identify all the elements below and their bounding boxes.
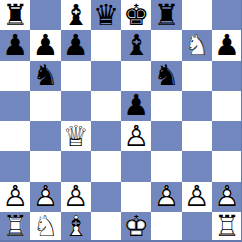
square-h7[interactable]: ♟ [212, 30, 242, 60]
white-piece-outline: ♘ [30, 212, 60, 242]
square-b7[interactable]: ♟ [30, 30, 60, 60]
white-piece-outline: ♗ [61, 212, 91, 242]
square-e1[interactable]: ♚♔ [121, 212, 151, 242]
square-c6[interactable] [61, 61, 91, 91]
square-d8[interactable]: ♛ [91, 0, 121, 30]
white-piece-outline: ♙ [0, 182, 30, 212]
piece-white-pawn[interactable]: ♟♙ [151, 182, 181, 212]
square-d5[interactable] [91, 91, 121, 121]
white-piece-outline: ♖ [0, 212, 30, 242]
square-f1[interactable] [151, 212, 181, 242]
square-h6[interactable] [212, 61, 242, 91]
square-a7[interactable]: ♟ [0, 30, 30, 60]
square-d3[interactable] [91, 151, 121, 181]
square-g7[interactable]: ♞♘ [182, 30, 212, 60]
square-f4[interactable] [151, 121, 181, 151]
white-piece-outline: ♙ [212, 182, 242, 212]
square-f5[interactable] [151, 91, 181, 121]
square-f7[interactable] [151, 30, 181, 60]
square-h8[interactable] [212, 0, 242, 30]
square-h4[interactable] [212, 121, 242, 151]
square-a5[interactable] [0, 91, 30, 121]
white-piece-outline: ♖ [212, 212, 242, 242]
square-e5[interactable]: ♟ [121, 91, 151, 121]
square-c2[interactable]: ♟♙ [61, 182, 91, 212]
square-b8[interactable] [30, 0, 60, 30]
square-g5[interactable] [182, 91, 212, 121]
square-a3[interactable] [0, 151, 30, 181]
piece-black-knight[interactable]: ♞ [30, 61, 60, 91]
white-piece-outline: ♙ [61, 182, 91, 212]
square-a1[interactable]: ♜♖ [0, 212, 30, 242]
square-g2[interactable]: ♟♙ [182, 182, 212, 212]
square-g8[interactable] [182, 0, 212, 30]
white-piece-outline: ♔ [121, 212, 151, 242]
square-d4[interactable] [91, 121, 121, 151]
square-e2[interactable] [121, 182, 151, 212]
square-b6[interactable]: ♞ [30, 61, 60, 91]
square-c8[interactable]: ♝ [61, 0, 91, 30]
piece-white-pawn[interactable]: ♟♙ [30, 182, 60, 212]
square-g3[interactable] [182, 151, 212, 181]
piece-white-bishop[interactable]: ♝♗ [61, 212, 91, 242]
white-piece-outline: ♙ [121, 121, 151, 151]
square-a2[interactable]: ♟♙ [0, 182, 30, 212]
piece-black-pawn[interactable]: ♟ [61, 30, 91, 60]
square-a8[interactable]: ♜ [0, 0, 30, 30]
white-piece-outline: ♙ [151, 182, 181, 212]
square-f3[interactable] [151, 151, 181, 181]
square-h1[interactable]: ♜♖ [212, 212, 242, 242]
piece-black-knight[interactable]: ♞ [151, 61, 181, 91]
square-a6[interactable] [0, 61, 30, 91]
piece-black-rook[interactable]: ♜ [0, 0, 30, 30]
piece-white-pawn[interactable]: ♟♙ [121, 121, 151, 151]
square-e8[interactable]: ♚ [121, 0, 151, 30]
piece-black-bishop[interactable]: ♝ [121, 30, 151, 60]
square-f6[interactable]: ♞ [151, 61, 181, 91]
piece-black-pawn[interactable]: ♟ [121, 91, 151, 121]
piece-black-pawn[interactable]: ♟ [30, 30, 60, 60]
square-c1[interactable]: ♝♗ [61, 212, 91, 242]
piece-black-queen[interactable]: ♛ [91, 0, 121, 30]
piece-black-king[interactable]: ♚ [121, 0, 151, 30]
square-b3[interactable] [30, 151, 60, 181]
square-g1[interactable] [182, 212, 212, 242]
white-piece-outline: ♕ [61, 121, 91, 151]
piece-white-knight[interactable]: ♞♘ [30, 212, 60, 242]
square-c4[interactable]: ♛♕ [61, 121, 91, 151]
square-f2[interactable]: ♟♙ [151, 182, 181, 212]
piece-white-pawn[interactable]: ♟♙ [212, 182, 242, 212]
piece-white-king[interactable]: ♚♔ [121, 212, 151, 242]
square-c3[interactable] [61, 151, 91, 181]
piece-white-rook[interactable]: ♜♖ [212, 212, 242, 242]
square-f8[interactable]: ♜ [151, 0, 181, 30]
square-g6[interactable] [182, 61, 212, 91]
square-e4[interactable]: ♟♙ [121, 121, 151, 151]
square-h2[interactable]: ♟♙ [212, 182, 242, 212]
square-a4[interactable] [0, 121, 30, 151]
white-piece-outline: ♙ [182, 182, 212, 212]
piece-black-pawn[interactable]: ♟ [212, 30, 242, 60]
square-b1[interactable]: ♞♘ [30, 212, 60, 242]
piece-black-bishop[interactable]: ♝ [61, 0, 91, 30]
square-d6[interactable] [91, 61, 121, 91]
square-e6[interactable] [121, 61, 151, 91]
square-b4[interactable] [30, 121, 60, 151]
piece-white-rook[interactable]: ♜♖ [0, 212, 30, 242]
piece-white-pawn[interactable]: ♟♙ [182, 182, 212, 212]
square-g4[interactable] [182, 121, 212, 151]
square-b5[interactable] [30, 91, 60, 121]
chess-board-container: ♜♝♛♚♜♟♟♟♝♞♘♟♞♞♟♛♕♟♙♟♙♟♙♟♙♟♙♟♙♟♙♜♖♞♘♝♗♚♔♜… [0, 0, 242, 242]
chess-board: ♜♝♛♚♜♟♟♟♝♞♘♟♞♞♟♛♕♟♙♟♙♟♙♟♙♟♙♟♙♟♙♜♖♞♘♝♗♚♔♜… [0, 0, 242, 242]
square-d2[interactable] [91, 182, 121, 212]
square-d7[interactable] [91, 30, 121, 60]
piece-white-pawn[interactable]: ♟♙ [61, 182, 91, 212]
piece-black-rook[interactable]: ♜ [151, 0, 181, 30]
square-b2[interactable]: ♟♙ [30, 182, 60, 212]
square-e7[interactable]: ♝ [121, 30, 151, 60]
piece-white-knight[interactable]: ♞♘ [182, 30, 212, 60]
piece-white-queen[interactable]: ♛♕ [61, 121, 91, 151]
square-d1[interactable] [91, 212, 121, 242]
white-piece-outline: ♙ [30, 182, 60, 212]
piece-white-pawn[interactable]: ♟♙ [0, 182, 30, 212]
piece-black-pawn[interactable]: ♟ [0, 30, 30, 60]
square-h3[interactable] [212, 151, 242, 181]
square-c5[interactable] [61, 91, 91, 121]
square-c7[interactable]: ♟ [61, 30, 91, 60]
white-piece-outline: ♘ [182, 30, 212, 60]
square-e3[interactable] [121, 151, 151, 181]
square-h5[interactable] [212, 91, 242, 121]
